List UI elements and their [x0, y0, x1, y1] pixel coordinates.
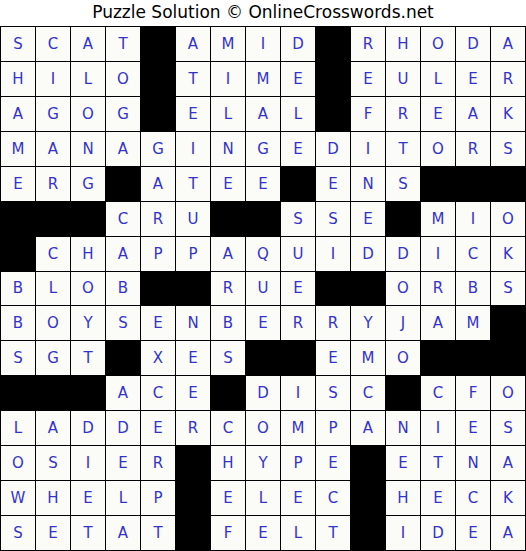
letter-cell-r12c14: E [456, 411, 490, 445]
letter-cell-r4c3: N [71, 132, 105, 166]
letter-cell-r13c8: Y [246, 446, 280, 480]
block-cell-r11c7 [211, 376, 245, 410]
letter-cell-r13c5: R [141, 446, 175, 480]
letter-cell-r13c10: E [316, 446, 350, 480]
letter-cell-r2c1: H [1, 62, 35, 96]
letter-cell-r2c13: L [421, 62, 455, 96]
letter-cell-r8c15: S [491, 272, 525, 306]
block-cell-r5c9 [281, 167, 315, 201]
letter-cell-r4c8: G [246, 132, 280, 166]
puzzle-solution-page: Puzzle Solution © OnlineCrosswords.net S… [0, 0, 526, 551]
letter-cell-r8c9: E [281, 272, 315, 306]
block-cell-r11c3 [71, 376, 105, 410]
letter-cell-r12c11: A [351, 411, 385, 445]
letter-cell-r7c3: H [71, 237, 105, 271]
letter-cell-r14c2: H [36, 481, 70, 515]
letter-cell-r13c13: T [421, 446, 455, 480]
letter-cell-r10c7: S [211, 341, 245, 375]
letter-cell-r3c6: E [176, 97, 210, 131]
letter-cell-r10c12: O [386, 341, 420, 375]
letter-cell-r15c14: E [456, 516, 490, 550]
letter-cell-r14c1: W [1, 481, 35, 515]
letter-cell-r11c5: C [141, 376, 175, 410]
letter-cell-r4c14: R [456, 132, 490, 166]
block-cell-r6c7 [211, 202, 245, 236]
block-cell-r3c10 [316, 97, 350, 131]
letter-cell-r12c6: R [176, 411, 210, 445]
letter-cell-r13c3: I [71, 446, 105, 480]
letter-cell-r4c15: S [491, 132, 525, 166]
letter-cell-r6c9: S [281, 202, 315, 236]
letter-cell-r3c9: L [281, 97, 315, 131]
block-cell-r8c6 [176, 272, 210, 306]
letter-cell-r7c14: C [456, 237, 490, 271]
letter-cell-r9c6: N [176, 306, 210, 340]
block-cell-r6c1 [1, 202, 35, 236]
letter-cell-r1c9: D [281, 27, 315, 61]
block-cell-r2c10 [316, 62, 350, 96]
letter-cell-r9c2: O [36, 306, 70, 340]
letter-cell-r2c3: L [71, 62, 105, 96]
letter-cell-r12c3: D [71, 411, 105, 445]
letter-cell-r7c9: U [281, 237, 315, 271]
letter-cell-r6c6: U [176, 202, 210, 236]
block-cell-r8c11 [351, 272, 385, 306]
letter-cell-r1c14: D [456, 27, 490, 61]
block-cell-r6c12 [386, 202, 420, 236]
block-cell-r13c6 [176, 446, 210, 480]
crossword-grid: SCATAMIDRHODAHILOTIMEEULERAGOGELALFREAKM… [0, 26, 526, 551]
block-cell-r10c14 [456, 341, 490, 375]
letter-cell-r5c11: N [351, 167, 385, 201]
letter-cell-r10c6: E [176, 341, 210, 375]
letter-cell-r2c8: M [246, 62, 280, 96]
block-cell-r15c11 [351, 516, 385, 550]
letter-cell-r15c3: T [71, 516, 105, 550]
letter-cell-r1c3: A [71, 27, 105, 61]
block-cell-r10c8 [246, 341, 280, 375]
letter-cell-r7c2: C [36, 237, 70, 271]
letter-cell-r2c2: I [36, 62, 70, 96]
letter-cell-r4c1: M [1, 132, 35, 166]
letter-cell-r11c14: F [456, 376, 490, 410]
letter-cell-r11c10: S [316, 376, 350, 410]
letter-cell-r8c3: O [71, 272, 105, 306]
letter-cell-r9c8: E [246, 306, 280, 340]
letter-cell-r2c12: U [386, 62, 420, 96]
letter-cell-r1c6: A [176, 27, 210, 61]
letter-cell-r13c14: N [456, 446, 490, 480]
letter-cell-r14c8: L [246, 481, 280, 515]
letter-cell-r9c10: R [316, 306, 350, 340]
letter-cell-r3c13: E [421, 97, 455, 131]
letter-cell-r11c6: E [176, 376, 210, 410]
letter-cell-r15c8: E [246, 516, 280, 550]
letter-cell-r3c12: R [386, 97, 420, 131]
block-cell-r11c2 [36, 376, 70, 410]
block-cell-r5c14 [456, 167, 490, 201]
letter-cell-r9c12: J [386, 306, 420, 340]
letter-cell-r9c3: Y [71, 306, 105, 340]
letter-cell-r5c5: A [141, 167, 175, 201]
letter-cell-r12c2: A [36, 411, 70, 445]
letter-cell-r3c11: F [351, 97, 385, 131]
block-cell-r8c10 [316, 272, 350, 306]
letter-cell-r13c9: P [281, 446, 315, 480]
letter-cell-r15c2: E [36, 516, 70, 550]
letter-cell-r3c4: G [106, 97, 140, 131]
letter-cell-r12c7: C [211, 411, 245, 445]
block-cell-r10c13 [421, 341, 455, 375]
block-cell-r5c13 [421, 167, 455, 201]
letter-cell-r13c1: O [1, 446, 35, 480]
letter-cell-r5c3: G [71, 167, 105, 201]
letter-cell-r3c8: A [246, 97, 280, 131]
letter-cell-r13c7: H [211, 446, 245, 480]
letter-cell-r3c7: L [211, 97, 245, 131]
letter-cell-r9c4: S [106, 306, 140, 340]
letter-cell-r8c13: R [421, 272, 455, 306]
letter-cell-r14c3: E [71, 481, 105, 515]
letter-cell-r4c11: I [351, 132, 385, 166]
letter-cell-r1c13: O [421, 27, 455, 61]
letter-cell-r4c5: G [141, 132, 175, 166]
letter-cell-r9c1: B [1, 306, 35, 340]
letter-cell-r5c12: S [386, 167, 420, 201]
letter-cell-r1c8: I [246, 27, 280, 61]
block-cell-r1c10 [316, 27, 350, 61]
letter-cell-r12c9: M [281, 411, 315, 445]
letter-cell-r2c11: E [351, 62, 385, 96]
letter-cell-r13c4: E [106, 446, 140, 480]
block-cell-r6c8 [246, 202, 280, 236]
block-cell-r9c15 [491, 306, 525, 340]
letter-cell-r5c10: E [316, 167, 350, 201]
letter-cell-r8c1: B [1, 272, 35, 306]
letter-cell-r7c5: P [141, 237, 175, 271]
block-cell-r13c11 [351, 446, 385, 480]
letter-cell-r4c12: T [386, 132, 420, 166]
letter-cell-r7c12: D [386, 237, 420, 271]
letter-cell-r10c1: S [1, 341, 35, 375]
block-cell-r7c1 [1, 237, 35, 271]
letter-cell-r3c1: A [1, 97, 35, 131]
letter-cell-r14c4: L [106, 481, 140, 515]
letter-cell-r1c4: T [106, 27, 140, 61]
letter-cell-r6c4: C [106, 202, 140, 236]
letter-cell-r15c9: L [281, 516, 315, 550]
letter-cell-r9c9: R [281, 306, 315, 340]
block-cell-r14c11 [351, 481, 385, 515]
letter-cell-r7c13: I [421, 237, 455, 271]
block-cell-r15c6 [176, 516, 210, 550]
letter-cell-r10c11: M [351, 341, 385, 375]
block-cell-r8c5 [141, 272, 175, 306]
letter-cell-r12c15: S [491, 411, 525, 445]
letter-cell-r2c9: E [281, 62, 315, 96]
letter-cell-r11c15: O [491, 376, 525, 410]
letter-cell-r14c10: C [316, 481, 350, 515]
letter-cell-r11c9: I [281, 376, 315, 410]
letter-cell-r4c7: N [211, 132, 245, 166]
block-cell-r6c3 [71, 202, 105, 236]
letter-cell-r5c8: E [246, 167, 280, 201]
letter-cell-r5c1: E [1, 167, 35, 201]
letter-cell-r14c7: E [211, 481, 245, 515]
letter-cell-r10c5: X [141, 341, 175, 375]
letter-cell-r15c1: S [1, 516, 35, 550]
letter-cell-r8c12: O [386, 272, 420, 306]
letter-cell-r8c8: U [246, 272, 280, 306]
letter-cell-r10c2: G [36, 341, 70, 375]
letter-cell-r14c13: E [421, 481, 455, 515]
letter-cell-r10c3: T [71, 341, 105, 375]
block-cell-r3c5 [141, 97, 175, 131]
letter-cell-r6c13: M [421, 202, 455, 236]
letter-cell-r8c14: B [456, 272, 490, 306]
letter-cell-r11c13: C [421, 376, 455, 410]
letter-cell-r1c15: A [491, 27, 525, 61]
letter-cell-r12c5: E [141, 411, 175, 445]
letter-cell-r12c10: P [316, 411, 350, 445]
letter-cell-r7c4: A [106, 237, 140, 271]
letter-cell-r7c11: D [351, 237, 385, 271]
letter-cell-r6c5: R [141, 202, 175, 236]
letter-cell-r15c4: A [106, 516, 140, 550]
letter-cell-r1c2: C [36, 27, 70, 61]
letter-cell-r3c15: K [491, 97, 525, 131]
letter-cell-r15c12: I [386, 516, 420, 550]
letter-cell-r1c7: M [211, 27, 245, 61]
letter-cell-r13c2: S [36, 446, 70, 480]
letter-cell-r9c11: Y [351, 306, 385, 340]
letter-cell-r11c8: D [246, 376, 280, 410]
letter-cell-r5c2: R [36, 167, 70, 201]
letter-cell-r7c10: I [316, 237, 350, 271]
letter-cell-r6c14: I [456, 202, 490, 236]
letter-cell-r2c6: T [176, 62, 210, 96]
block-cell-r2c5 [141, 62, 175, 96]
letter-cell-r14c5: P [141, 481, 175, 515]
letter-cell-r15c5: T [141, 516, 175, 550]
letter-cell-r1c12: H [386, 27, 420, 61]
block-cell-r6c2 [36, 202, 70, 236]
letter-cell-r14c9: E [281, 481, 315, 515]
letter-cell-r5c7: E [211, 167, 245, 201]
letter-cell-r12c8: O [246, 411, 280, 445]
letter-cell-r11c11: C [351, 376, 385, 410]
letter-cell-r12c12: N [386, 411, 420, 445]
letter-cell-r9c14: M [456, 306, 490, 340]
block-cell-r10c9 [281, 341, 315, 375]
letter-cell-r4c10: D [316, 132, 350, 166]
letter-cell-r5c6: T [176, 167, 210, 201]
letter-cell-r2c7: I [211, 62, 245, 96]
letter-cell-r14c14: C [456, 481, 490, 515]
letter-cell-r13c12: E [386, 446, 420, 480]
block-cell-r11c12 [386, 376, 420, 410]
letter-cell-r15c7: F [211, 516, 245, 550]
block-cell-r14c6 [176, 481, 210, 515]
letter-cell-r4c2: A [36, 132, 70, 166]
letter-cell-r6c11: E [351, 202, 385, 236]
letter-cell-r9c7: B [211, 306, 245, 340]
block-cell-r5c15 [491, 167, 525, 201]
letter-cell-r14c15: K [491, 481, 525, 515]
letter-cell-r6c15: O [491, 202, 525, 236]
letter-cell-r1c1: S [1, 27, 35, 61]
block-cell-r1c5 [141, 27, 175, 61]
letter-cell-r7c8: Q [246, 237, 280, 271]
letter-cell-r2c14: E [456, 62, 490, 96]
letter-cell-r14c12: H [386, 481, 420, 515]
letter-cell-r12c1: L [1, 411, 35, 445]
letter-cell-r6c10: S [316, 202, 350, 236]
letter-cell-r8c2: L [36, 272, 70, 306]
letter-cell-r4c9: E [281, 132, 315, 166]
letter-cell-r15c15: A [491, 516, 525, 550]
letter-cell-r7c15: K [491, 237, 525, 271]
letter-cell-r11c4: A [106, 376, 140, 410]
letter-cell-r7c7: A [211, 237, 245, 271]
letter-cell-r9c13: A [421, 306, 455, 340]
letter-cell-r10c10: E [316, 341, 350, 375]
page-title: Puzzle Solution © OnlineCrosswords.net [0, 0, 526, 26]
block-cell-r11c1 [1, 376, 35, 410]
letter-cell-r4c13: O [421, 132, 455, 166]
block-cell-r10c4 [106, 341, 140, 375]
letter-cell-r2c4: O [106, 62, 140, 96]
letter-cell-r9c5: E [141, 306, 175, 340]
letter-cell-r15c13: D [421, 516, 455, 550]
letter-cell-r12c4: D [106, 411, 140, 445]
block-cell-r10c15 [491, 341, 525, 375]
letter-cell-r3c3: O [71, 97, 105, 131]
letter-cell-r15c10: T [316, 516, 350, 550]
letter-cell-r12c13: I [421, 411, 455, 445]
letter-cell-r4c6: I [176, 132, 210, 166]
letter-cell-r1c11: R [351, 27, 385, 61]
letter-cell-r4c4: A [106, 132, 140, 166]
letter-cell-r8c7: R [211, 272, 245, 306]
block-cell-r5c4 [106, 167, 140, 201]
letter-cell-r7c6: P [176, 237, 210, 271]
letter-cell-r3c2: G [36, 97, 70, 131]
letter-cell-r8c4: B [106, 272, 140, 306]
letter-cell-r3c14: A [456, 97, 490, 131]
letter-cell-r2c15: R [491, 62, 525, 96]
letter-cell-r13c15: A [491, 446, 525, 480]
